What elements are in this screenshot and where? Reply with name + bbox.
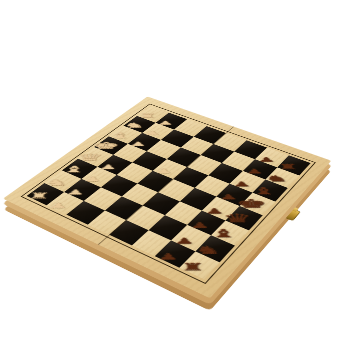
board-frame: ♜♟♟♜♞♟♟♞♝♟♟♝♚♟♟♚♛♟♟♛♝♟♟♝♞♟♟♞♜♟♟♜ xyxy=(3,96,332,298)
chess-grid: ♜♟♟♜♞♟♟♞♝♟♟♝♚♟♟♚♛♟♟♛♝♟♟♝♞♟♟♞♜♟♟♜ xyxy=(27,106,311,279)
chess-board: ♜♟♟♜♞♟♟♞♝♟♟♝♚♟♟♚♛♟♟♛♝♟♟♝♞♟♟♞♜♟♟♜ xyxy=(3,96,332,298)
pinstripe-border: ♜♟♟♜♞♟♟♞♝♟♟♝♚♟♟♚♛♟♟♛♝♟♟♝♞♟♟♞♜♟♟♜ xyxy=(21,104,316,284)
product-photo-scene: ♜♟♟♜♞♟♟♞♝♟♟♝♚♟♟♚♛♟♟♛♝♟♟♝♞♟♟♞♜♟♟♜ xyxy=(0,0,350,350)
